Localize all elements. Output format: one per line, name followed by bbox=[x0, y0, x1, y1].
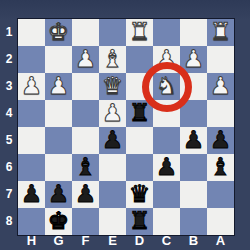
file-label-c: C bbox=[153, 233, 180, 250]
file-label-h: H bbox=[18, 233, 45, 250]
chess-diagram: 12345678 ♚♜♜♟♝♟♟♟♟♛♞♟♟♜♟♟♟♝♟♝♟♟♟♛♚♜ HGFE… bbox=[0, 0, 250, 250]
rank-labels: 12345678 bbox=[0, 19, 18, 235]
square-a5[interactable]: ♟ bbox=[207, 127, 234, 154]
file-label-d: D bbox=[126, 233, 153, 250]
white-queen-e3[interactable]: ♛ bbox=[99, 73, 126, 100]
square-g8[interactable]: ♚ bbox=[45, 208, 72, 235]
square-c1[interactable] bbox=[153, 19, 180, 46]
black-queen-d7[interactable]: ♛ bbox=[126, 181, 153, 208]
square-d8[interactable]: ♜ bbox=[126, 208, 153, 235]
square-e8[interactable] bbox=[99, 208, 126, 235]
square-g7[interactable]: ♟ bbox=[45, 181, 72, 208]
file-label-b: B bbox=[180, 233, 207, 250]
square-b3[interactable] bbox=[180, 73, 207, 100]
square-f2[interactable]: ♟ bbox=[72, 46, 99, 73]
square-d7[interactable]: ♛ bbox=[126, 181, 153, 208]
square-h6[interactable] bbox=[18, 154, 45, 181]
square-g5[interactable] bbox=[45, 127, 72, 154]
square-c5[interactable] bbox=[153, 127, 180, 154]
square-h5[interactable] bbox=[18, 127, 45, 154]
file-label-e: E bbox=[99, 233, 126, 250]
black-pawn-a5[interactable]: ♟ bbox=[207, 127, 234, 154]
square-b7[interactable] bbox=[180, 181, 207, 208]
square-c7[interactable] bbox=[153, 181, 180, 208]
square-a8[interactable] bbox=[207, 208, 234, 235]
square-g4[interactable] bbox=[45, 100, 72, 127]
black-pawn-h7[interactable]: ♟ bbox=[18, 181, 45, 208]
square-e4[interactable]: ♟ bbox=[99, 100, 126, 127]
white-pawn-f2[interactable]: ♟ bbox=[72, 46, 99, 73]
chess-board: ♚♜♜♟♝♟♟♟♟♛♞♟♟♜♟♟♟♝♟♝♟♟♟♛♚♜ bbox=[18, 19, 234, 235]
white-pawn-e4[interactable]: ♟ bbox=[99, 100, 126, 127]
file-labels: HGFEDCBA bbox=[18, 233, 234, 250]
rank-label-2: 2 bbox=[0, 46, 18, 73]
black-pawn-e5[interactable]: ♟ bbox=[99, 127, 126, 154]
square-f8[interactable] bbox=[72, 208, 99, 235]
white-pawn-a3[interactable]: ♟ bbox=[207, 73, 234, 100]
rank-label-3: 3 bbox=[0, 73, 18, 100]
white-pawn-c2[interactable]: ♟ bbox=[153, 46, 180, 73]
black-pawn-c6[interactable]: ♟ bbox=[153, 154, 180, 181]
black-king-g8[interactable]: ♚ bbox=[45, 208, 72, 235]
square-h1[interactable] bbox=[18, 19, 45, 46]
square-h4[interactable] bbox=[18, 100, 45, 127]
square-f6[interactable]: ♝ bbox=[72, 154, 99, 181]
file-label-g: G bbox=[45, 233, 72, 250]
square-f4[interactable] bbox=[72, 100, 99, 127]
rank-label-4: 4 bbox=[0, 100, 18, 127]
square-c6[interactable]: ♟ bbox=[153, 154, 180, 181]
square-e3[interactable]: ♛ bbox=[99, 73, 126, 100]
square-d5[interactable] bbox=[126, 127, 153, 154]
white-pawn-g3[interactable]: ♟ bbox=[45, 73, 72, 100]
white-king-g1[interactable]: ♚ bbox=[45, 19, 72, 46]
square-h3[interactable]: ♟ bbox=[18, 73, 45, 100]
square-c3[interactable]: ♞ bbox=[153, 73, 180, 100]
square-g2[interactable] bbox=[45, 46, 72, 73]
rank-label-6: 6 bbox=[0, 154, 18, 181]
file-label-f: F bbox=[72, 233, 99, 250]
black-bishop-f6[interactable]: ♝ bbox=[72, 154, 99, 181]
square-e5[interactable]: ♟ bbox=[99, 127, 126, 154]
square-e7[interactable] bbox=[99, 181, 126, 208]
rank-label-1: 1 bbox=[0, 19, 18, 46]
white-knight-c3[interactable]: ♞ bbox=[153, 73, 180, 100]
square-d4[interactable]: ♜ bbox=[126, 100, 153, 127]
black-pawn-f7[interactable]: ♟ bbox=[72, 181, 99, 208]
square-f5[interactable] bbox=[72, 127, 99, 154]
square-a4[interactable] bbox=[207, 100, 234, 127]
square-g6[interactable] bbox=[45, 154, 72, 181]
white-bishop-e2[interactable]: ♝ bbox=[99, 46, 126, 73]
square-a2[interactable] bbox=[207, 46, 234, 73]
black-bishop-a6[interactable]: ♝ bbox=[207, 154, 234, 181]
square-b6[interactable] bbox=[180, 154, 207, 181]
square-b5[interactable]: ♟ bbox=[180, 127, 207, 154]
square-h8[interactable] bbox=[18, 208, 45, 235]
square-h7[interactable]: ♟ bbox=[18, 181, 45, 208]
white-rook-d1[interactable]: ♜ bbox=[126, 19, 153, 46]
square-f7[interactable]: ♟ bbox=[72, 181, 99, 208]
square-f3[interactable] bbox=[72, 73, 99, 100]
square-h2[interactable] bbox=[18, 46, 45, 73]
black-pawn-b5[interactable]: ♟ bbox=[180, 127, 207, 154]
black-rook-d4[interactable]: ♜ bbox=[126, 100, 153, 127]
white-pawn-h3[interactable]: ♟ bbox=[18, 73, 45, 100]
square-a3[interactable]: ♟ bbox=[207, 73, 234, 100]
square-e1[interactable] bbox=[99, 19, 126, 46]
square-b4[interactable] bbox=[180, 100, 207, 127]
square-d6[interactable] bbox=[126, 154, 153, 181]
square-d1[interactable]: ♜ bbox=[126, 19, 153, 46]
rank-label-5: 5 bbox=[0, 127, 18, 154]
square-a1[interactable]: ♜ bbox=[207, 19, 234, 46]
rank-label-7: 7 bbox=[0, 181, 18, 208]
square-e2[interactable]: ♝ bbox=[99, 46, 126, 73]
square-g1[interactable]: ♚ bbox=[45, 19, 72, 46]
square-f1[interactable] bbox=[72, 19, 99, 46]
square-a6[interactable]: ♝ bbox=[207, 154, 234, 181]
square-c2[interactable]: ♟ bbox=[153, 46, 180, 73]
square-c8[interactable] bbox=[153, 208, 180, 235]
white-pawn-b2[interactable]: ♟ bbox=[180, 46, 207, 73]
square-e6[interactable] bbox=[99, 154, 126, 181]
white-rook-a1[interactable]: ♜ bbox=[207, 19, 234, 46]
black-pawn-g7[interactable]: ♟ bbox=[45, 181, 72, 208]
square-d2[interactable] bbox=[126, 46, 153, 73]
square-g3[interactable]: ♟ bbox=[45, 73, 72, 100]
square-c4[interactable] bbox=[153, 100, 180, 127]
square-b8[interactable] bbox=[180, 208, 207, 235]
square-a7[interactable] bbox=[207, 181, 234, 208]
square-b1[interactable] bbox=[180, 19, 207, 46]
file-label-a: A bbox=[207, 233, 234, 250]
square-d3[interactable] bbox=[126, 73, 153, 100]
square-b2[interactable]: ♟ bbox=[180, 46, 207, 73]
black-rook-d8[interactable]: ♜ bbox=[126, 208, 153, 235]
rank-label-8: 8 bbox=[0, 208, 18, 235]
